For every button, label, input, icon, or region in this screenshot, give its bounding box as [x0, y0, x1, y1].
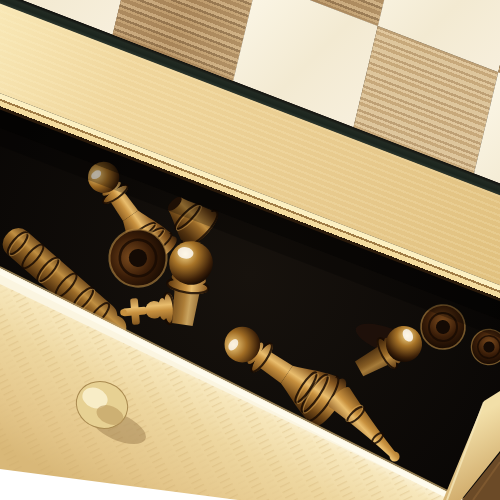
wooden-chess-set-photo: { "game": "chess", "scene_description": …	[0, 0, 500, 500]
drawer-and-pieces-layer	[0, 0, 500, 500]
